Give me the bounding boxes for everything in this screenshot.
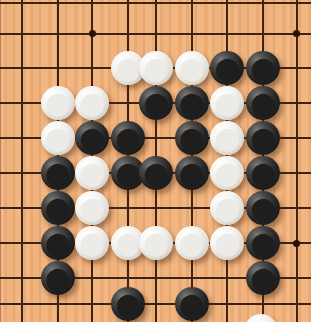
stone-black: ● xyxy=(246,226,280,260)
star-point xyxy=(293,240,300,247)
stone-black: ● xyxy=(41,261,75,295)
grid-line-v xyxy=(296,0,298,322)
stone-white: ● xyxy=(41,121,75,155)
stone-white: ● xyxy=(175,51,209,85)
stone-black: ● xyxy=(210,51,244,85)
stone-black: ● xyxy=(246,86,280,120)
stone-white: ● xyxy=(75,156,109,190)
stone-white: ● xyxy=(210,226,244,260)
star-point xyxy=(293,30,300,37)
stone-black: ● xyxy=(246,191,280,225)
stone-black: ● xyxy=(139,86,173,120)
star-point xyxy=(89,30,96,37)
stone-white: ● xyxy=(41,86,75,120)
stone-white: ● xyxy=(75,226,109,260)
stone-black: ● xyxy=(175,287,209,321)
go-board[interactable]: ●●●●●●●●●●●●●●●●●●●●●●●●●●●●●●●●●●●●●●●● xyxy=(0,0,311,322)
stone-black: ● xyxy=(246,156,280,190)
stone-white: ● xyxy=(75,191,109,225)
stone-black: ● xyxy=(111,287,145,321)
stone-black: ● xyxy=(175,86,209,120)
stone-white: ● xyxy=(175,226,209,260)
stone-white: ● xyxy=(210,86,244,120)
stone-white: ● xyxy=(210,191,244,225)
screenshot-root: ●●●●●●●●●●●●●●●●●●●●●●●●●●●●●●●●●●●●●●●● xyxy=(0,0,311,322)
stone-black: ● xyxy=(175,121,209,155)
stone-black: ● xyxy=(75,121,109,155)
grid-line-v xyxy=(21,0,23,322)
stone-black: ● xyxy=(246,51,280,85)
stone-white: ● xyxy=(139,51,173,85)
stone-black: ● xyxy=(41,226,75,260)
stone-white: ● xyxy=(139,226,173,260)
stone-black: ● xyxy=(246,261,280,295)
stone-black: ● xyxy=(41,191,75,225)
stone-white: ● xyxy=(210,156,244,190)
stone-white: ● xyxy=(75,86,109,120)
stone-black: ● xyxy=(111,121,145,155)
stone-black: ● xyxy=(175,156,209,190)
stone-black: ● xyxy=(246,121,280,155)
stone-black: ● xyxy=(41,156,75,190)
stone-white: ● xyxy=(210,121,244,155)
stone-black: ● xyxy=(139,156,173,190)
stone-white: ● xyxy=(244,314,278,322)
